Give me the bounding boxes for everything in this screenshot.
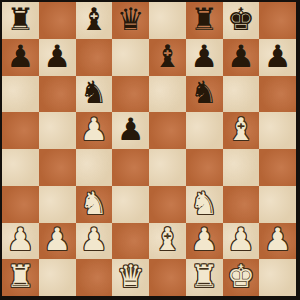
square-g2[interactable]: ♟ — [223, 223, 260, 260]
black-pawn-piece[interactable]: ♟ — [264, 41, 292, 72]
square-f3[interactable]: ♞ — [186, 186, 223, 223]
square-b2[interactable]: ♟ — [39, 223, 76, 260]
square-e3[interactable] — [149, 186, 186, 223]
white-bishop-piece[interactable]: ♝ — [227, 114, 255, 145]
square-h1[interactable] — [259, 259, 296, 296]
square-c7[interactable] — [76, 39, 113, 76]
square-g1[interactable]: ♚ — [223, 259, 260, 296]
square-f1[interactable]: ♜ — [186, 259, 223, 296]
white-pawn-piece[interactable]: ♟ — [80, 224, 108, 255]
square-h5[interactable] — [259, 112, 296, 149]
square-h2[interactable]: ♟ — [259, 223, 296, 260]
square-a4[interactable] — [2, 149, 39, 186]
square-f2[interactable]: ♟ — [186, 223, 223, 260]
black-pawn-piece[interactable]: ♟ — [6, 41, 34, 72]
square-d7[interactable] — [112, 39, 149, 76]
square-d5[interactable]: ♟ — [112, 112, 149, 149]
square-b6[interactable] — [39, 76, 76, 113]
white-pawn-piece[interactable]: ♟ — [6, 224, 34, 255]
square-g7[interactable]: ♟ — [223, 39, 260, 76]
black-rook-piece[interactable]: ♜ — [190, 4, 218, 35]
white-rook-piece[interactable]: ♜ — [190, 261, 218, 292]
square-c3[interactable]: ♞ — [76, 186, 113, 223]
white-king-piece[interactable]: ♚ — [227, 261, 255, 292]
square-a8[interactable]: ♜ — [2, 2, 39, 39]
square-c2[interactable]: ♟ — [76, 223, 113, 260]
square-c1[interactable] — [76, 259, 113, 296]
square-d2[interactable] — [112, 223, 149, 260]
square-e4[interactable] — [149, 149, 186, 186]
square-c4[interactable] — [76, 149, 113, 186]
black-rook-piece[interactable]: ♜ — [6, 4, 34, 35]
white-bishop-piece[interactable]: ♝ — [153, 224, 181, 255]
square-f5[interactable] — [186, 112, 223, 149]
square-e5[interactable] — [149, 112, 186, 149]
black-queen-piece[interactable]: ♛ — [117, 4, 145, 35]
square-a7[interactable]: ♟ — [2, 39, 39, 76]
square-g3[interactable] — [223, 186, 260, 223]
board-frame: ♜♝♛♜♚♟♟♝♟♟♟♞♞♟♟♝♞♞♟♟♟♝♟♟♟♜♛♜♚ — [0, 0, 300, 300]
square-g4[interactable] — [223, 149, 260, 186]
black-knight-piece[interactable]: ♞ — [80, 77, 108, 108]
square-c6[interactable]: ♞ — [76, 76, 113, 113]
square-e7[interactable]: ♝ — [149, 39, 186, 76]
square-c5[interactable]: ♟ — [76, 112, 113, 149]
square-c8[interactable]: ♝ — [76, 2, 113, 39]
square-e1[interactable] — [149, 259, 186, 296]
black-bishop-piece[interactable]: ♝ — [153, 41, 181, 72]
square-e8[interactable] — [149, 2, 186, 39]
square-a3[interactable] — [2, 186, 39, 223]
white-knight-piece[interactable]: ♞ — [190, 188, 218, 219]
chess-board: ♜♝♛♜♚♟♟♝♟♟♟♞♞♟♟♝♞♞♟♟♟♝♟♟♟♜♛♜♚ — [2, 2, 296, 296]
square-d1[interactable]: ♛ — [112, 259, 149, 296]
square-a2[interactable]: ♟ — [2, 223, 39, 260]
black-bishop-piece[interactable]: ♝ — [80, 4, 108, 35]
square-b7[interactable]: ♟ — [39, 39, 76, 76]
white-pawn-piece[interactable]: ♟ — [43, 224, 71, 255]
black-pawn-piece[interactable]: ♟ — [227, 41, 255, 72]
black-pawn-piece[interactable]: ♟ — [190, 41, 218, 72]
square-h3[interactable] — [259, 186, 296, 223]
square-e6[interactable] — [149, 76, 186, 113]
square-f7[interactable]: ♟ — [186, 39, 223, 76]
square-f4[interactable] — [186, 149, 223, 186]
square-h8[interactable] — [259, 2, 296, 39]
square-g5[interactable]: ♝ — [223, 112, 260, 149]
square-f8[interactable]: ♜ — [186, 2, 223, 39]
square-d4[interactable] — [112, 149, 149, 186]
black-king-piece[interactable]: ♚ — [227, 4, 255, 35]
square-d6[interactable] — [112, 76, 149, 113]
square-a5[interactable] — [2, 112, 39, 149]
black-pawn-piece[interactable]: ♟ — [117, 114, 145, 145]
square-b8[interactable] — [39, 2, 76, 39]
square-d8[interactable]: ♛ — [112, 2, 149, 39]
square-d3[interactable] — [112, 186, 149, 223]
square-a6[interactable] — [2, 76, 39, 113]
black-pawn-piece[interactable]: ♟ — [43, 41, 71, 72]
white-rook-piece[interactable]: ♜ — [6, 261, 34, 292]
square-b1[interactable] — [39, 259, 76, 296]
white-pawn-piece[interactable]: ♟ — [227, 224, 255, 255]
square-h4[interactable] — [259, 149, 296, 186]
square-b5[interactable] — [39, 112, 76, 149]
square-b3[interactable] — [39, 186, 76, 223]
black-knight-piece[interactable]: ♞ — [190, 77, 218, 108]
white-pawn-piece[interactable]: ♟ — [80, 114, 108, 145]
square-h7[interactable]: ♟ — [259, 39, 296, 76]
white-queen-piece[interactable]: ♛ — [117, 261, 145, 292]
white-knight-piece[interactable]: ♞ — [80, 188, 108, 219]
white-pawn-piece[interactable]: ♟ — [264, 224, 292, 255]
square-g8[interactable]: ♚ — [223, 2, 260, 39]
white-pawn-piece[interactable]: ♟ — [190, 224, 218, 255]
square-b4[interactable] — [39, 149, 76, 186]
square-a1[interactable]: ♜ — [2, 259, 39, 296]
square-h6[interactable] — [259, 76, 296, 113]
square-e2[interactable]: ♝ — [149, 223, 186, 260]
square-g6[interactable] — [223, 76, 260, 113]
square-f6[interactable]: ♞ — [186, 76, 223, 113]
